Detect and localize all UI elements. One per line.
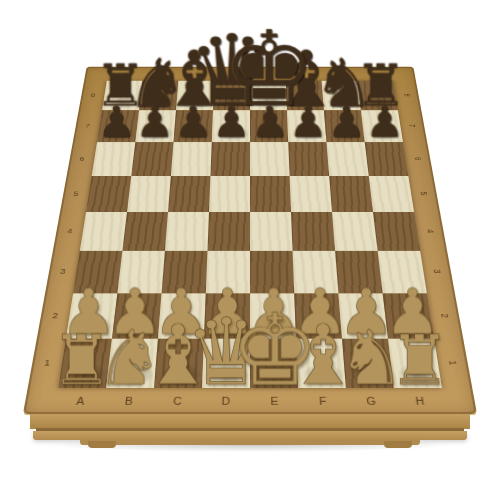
piece-black-pawn[interactable]: ♟ [288, 101, 327, 144]
square-c5[interactable] [168, 176, 210, 212]
square-g5[interactable] [329, 176, 373, 212]
piece-black-pawn[interactable]: ♟ [250, 101, 289, 144]
rank-label-right-8: 8 [383, 88, 432, 103]
square-b5[interactable] [127, 176, 171, 212]
square-a6[interactable] [92, 142, 136, 176]
square-b4[interactable] [122, 212, 168, 251]
square-e5[interactable] [250, 176, 291, 212]
chess-board-frame: ABCDEFGH ABCDEFGH 87654321 87654321 ♜♞♝♛… [23, 67, 477, 414]
square-d4[interactable] [207, 212, 250, 251]
square-a7[interactable]: ♟ [97, 110, 139, 142]
file-label-top-d: D [214, 67, 250, 81]
square-h4[interactable] [373, 212, 420, 251]
square-e6[interactable] [250, 142, 290, 176]
rank-label-left-8: 8 [79, 81, 107, 111]
piece-black-pawn[interactable]: ♟ [327, 101, 366, 144]
square-d7[interactable]: ♟ [212, 110, 250, 142]
square-f7[interactable]: ♟ [287, 110, 326, 142]
square-f6[interactable] [288, 142, 329, 176]
piece-black-pawn[interactable]: ♟ [212, 101, 251, 144]
square-e4[interactable] [250, 212, 293, 251]
square-d5[interactable] [209, 176, 250, 212]
square-g7[interactable]: ♟ [324, 110, 365, 142]
file-label-top-c: C [178, 67, 214, 81]
rank-label-left-7: 7 [73, 110, 102, 142]
file-label-top-g: G [320, 67, 357, 81]
file-label-top-f: F [285, 67, 321, 81]
square-e7[interactable]: ♟ [250, 110, 288, 142]
square-f4[interactable] [291, 212, 335, 251]
perspective-scene: ABCDEFGH ABCDEFGH 87654321 87654321 ♜♞♝♛… [0, 0, 500, 462]
rank-label-right-7: 7 [387, 118, 438, 134]
square-c7[interactable]: ♟ [174, 110, 213, 142]
square-e1[interactable]: ♚ [250, 339, 298, 388]
square-c4[interactable] [165, 212, 209, 251]
file-label-top-a: A [107, 67, 144, 81]
square-b7[interactable]: ♟ [135, 110, 176, 142]
play-area: ♜♞♝♛♚♝♞♜♟♟♟♟♟♟♟♟♟♟♟♟♟♟♟♟♜♞♝♛♚♝♞♜ [58, 81, 442, 388]
square-f5[interactable] [290, 176, 332, 212]
square-a4[interactable] [80, 212, 127, 251]
square-g4[interactable] [332, 212, 378, 251]
square-a5[interactable] [86, 176, 131, 212]
rank-label-left-6: 6 [67, 142, 97, 176]
square-c6[interactable] [171, 142, 212, 176]
file-label-top-e: E [250, 67, 286, 81]
piece-white-king[interactable]: ♚ [230, 301, 319, 400]
chess-set-photo: ABCDEFGH ABCDEFGH 87654321 87654321 ♜♞♝♛… [0, 0, 500, 500]
square-g6[interactable] [326, 142, 368, 176]
square-b6[interactable] [131, 142, 173, 176]
file-labels-top: ABCDEFGH [107, 67, 393, 81]
rank-label-right-6: 6 [392, 150, 444, 167]
square-d6[interactable] [210, 142, 250, 176]
rank-label-right-5: 5 [397, 185, 451, 203]
piece-black-pawn[interactable]: ♟ [173, 101, 212, 144]
file-label-top-b: B [143, 67, 180, 81]
piece-black-pawn[interactable]: ♟ [135, 101, 174, 144]
file-label-top-h: H [356, 67, 393, 81]
